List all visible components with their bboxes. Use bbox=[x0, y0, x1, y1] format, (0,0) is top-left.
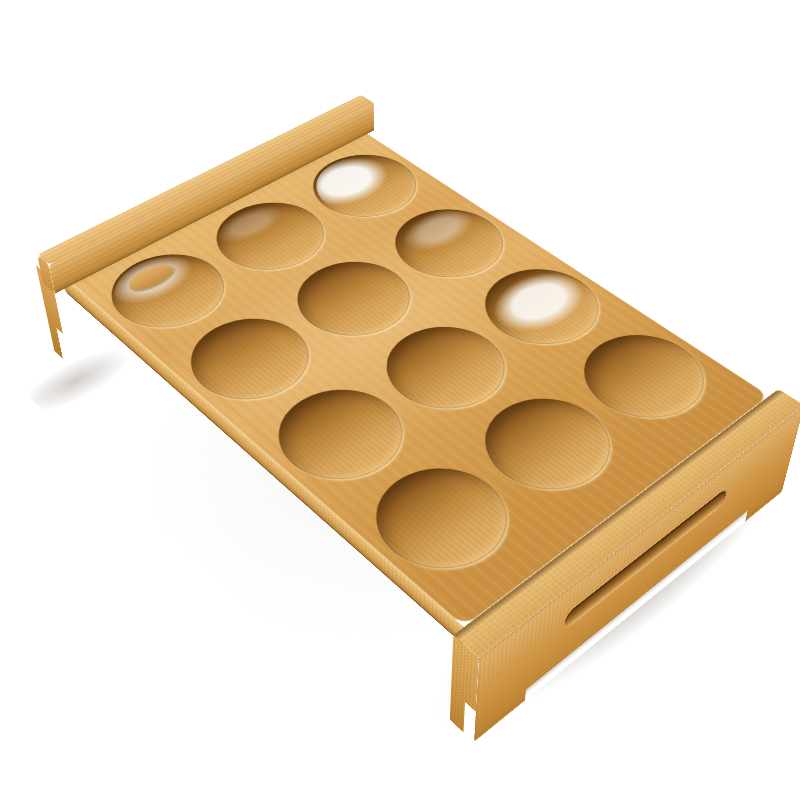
bamboo-tray bbox=[65, 143, 765, 645]
product-photo-canvas: Angled overhead product photo of an empt… bbox=[0, 0, 800, 800]
